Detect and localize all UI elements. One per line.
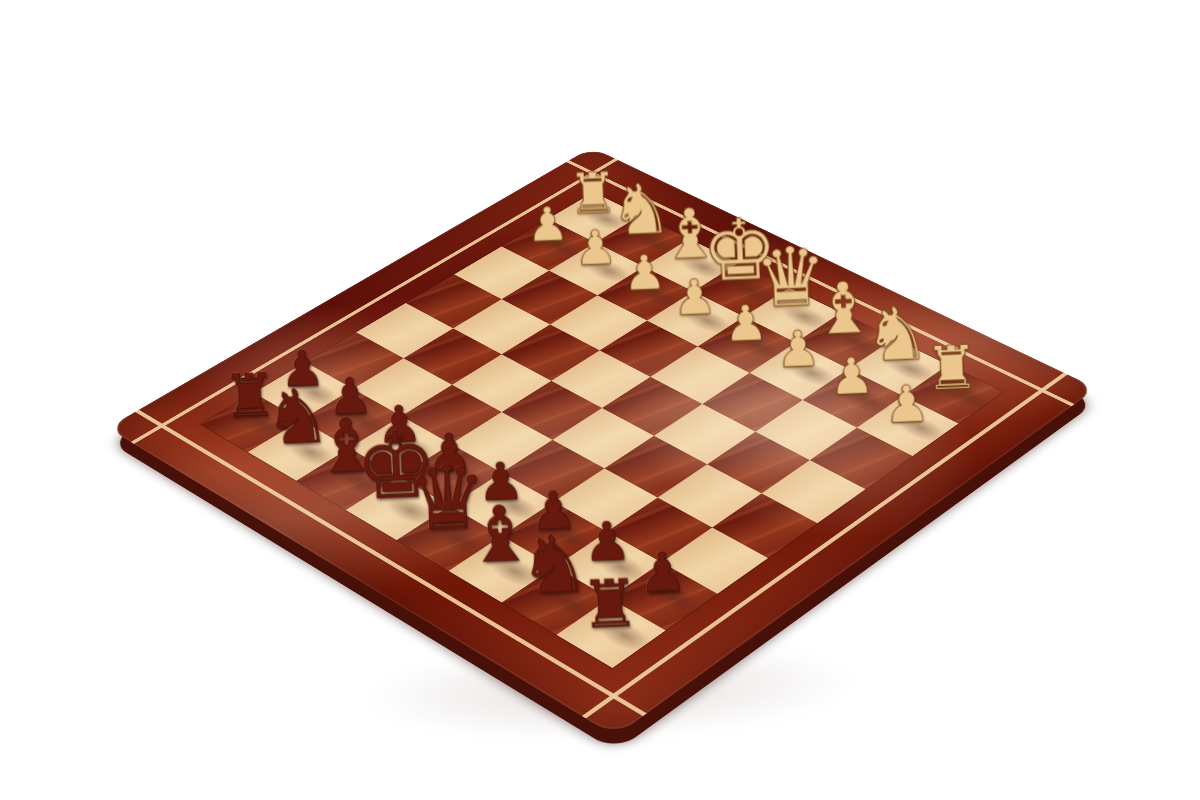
black-rook-glyph: ♜ bbox=[532, 569, 687, 640]
chess-set-product-photo: ♜♞♝♛♚♝♞♜♟♟♟♟♟♟♟♟♟♟♟♟♟♟♟♟♜♞♝♛♚♝♞♜ bbox=[0, 0, 1200, 800]
